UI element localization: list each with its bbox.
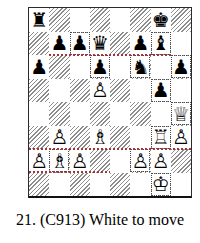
- square-b3: ♙: [49, 126, 69, 150]
- black-pawn: ♟: [91, 56, 109, 77]
- square-d8: [90, 8, 110, 32]
- square-a4: [29, 102, 49, 126]
- white-pawn: ♙: [30, 150, 48, 171]
- square-f5: [130, 79, 150, 103]
- black-pawn: ♟: [131, 33, 149, 54]
- square-d7: ♛: [90, 32, 110, 56]
- square-a2: ♙: [29, 149, 49, 173]
- square-g2: ♙: [151, 149, 171, 173]
- square-c8: [70, 8, 90, 32]
- square-b4: [49, 102, 69, 126]
- black-pawn: ♟: [172, 56, 190, 77]
- white-pawn: ♙: [71, 150, 89, 171]
- square-e3: [110, 126, 130, 150]
- square-c1: [70, 173, 90, 197]
- square-f2: ♙: [130, 149, 150, 173]
- square-c7: ♟: [70, 32, 90, 56]
- square-h8: [171, 8, 191, 32]
- square-e6: [110, 55, 130, 79]
- square-h2: [171, 149, 191, 173]
- white-pawn: ♙: [91, 80, 109, 101]
- square-f4: [130, 102, 150, 126]
- black-rook: ♜: [30, 9, 48, 30]
- square-f8: [130, 8, 150, 32]
- square-b8: [49, 8, 69, 32]
- square-a8: ♜: [29, 8, 49, 32]
- black-pawn: ♟: [30, 56, 48, 77]
- square-g1: ♔: [151, 173, 171, 197]
- chess-board-frame: ♜♚♟♟♛♟♝♟♟♞♟♙♟♕♙♗♖♙♙♗♙♙♙♔: [28, 7, 192, 198]
- square-g5: ♟: [151, 79, 171, 103]
- square-e7: [110, 32, 130, 56]
- square-d5: ♙: [90, 79, 110, 103]
- square-b2: ♗: [49, 149, 69, 173]
- square-f1: [130, 173, 150, 197]
- square-g6: [151, 55, 171, 79]
- square-f3: [130, 126, 150, 150]
- white-pawn: ♙: [50, 127, 68, 148]
- square-h5: [171, 79, 191, 103]
- square-c3: [70, 126, 90, 150]
- square-g4: [151, 102, 171, 126]
- square-a1: [29, 173, 49, 197]
- square-c4: [70, 102, 90, 126]
- square-a3: [29, 126, 49, 150]
- square-b7: ♟: [49, 32, 69, 56]
- square-h6: ♟: [171, 55, 191, 79]
- square-a6: ♟: [29, 55, 49, 79]
- black-bishop: ♝: [152, 33, 170, 54]
- square-c5: [70, 79, 90, 103]
- square-g7: ♝: [151, 32, 171, 56]
- square-h4: ♕: [171, 102, 191, 126]
- black-queen: ♛: [91, 33, 109, 54]
- square-a5: [29, 79, 49, 103]
- square-e4: [110, 102, 130, 126]
- square-d6: ♟: [90, 55, 110, 79]
- black-pawn: ♟: [152, 80, 170, 101]
- white-rook: ♖: [152, 127, 170, 148]
- square-c6: [70, 55, 90, 79]
- black-king: ♚: [152, 9, 170, 30]
- square-b5: [49, 79, 69, 103]
- square-h7: [171, 32, 191, 56]
- chess-diagram-page: ♜♚♟♟♛♟♝♟♟♞♟♙♟♕♙♗♖♙♙♗♙♙♙♔ 21. (C913) Whit…: [0, 0, 200, 243]
- black-knight: ♞: [131, 56, 149, 77]
- square-h3: ♙: [171, 126, 191, 150]
- white-bishop: ♗: [91, 127, 109, 148]
- black-pawn: ♟: [50, 33, 68, 54]
- square-h1: [171, 173, 191, 197]
- square-a7: [29, 32, 49, 56]
- square-b1: [49, 173, 69, 197]
- square-b6: [49, 55, 69, 79]
- square-f6: ♞: [130, 55, 150, 79]
- white-pawn: ♙: [152, 150, 170, 171]
- white-queen: ♕: [172, 103, 190, 124]
- square-g8: ♚: [151, 8, 171, 32]
- diagram-caption: 21. (C913) White to move: [0, 211, 200, 229]
- square-d3: ♗: [90, 126, 110, 150]
- square-e1: [110, 173, 130, 197]
- square-d1: [90, 173, 110, 197]
- square-d2: [90, 149, 110, 173]
- square-e2: [110, 149, 130, 173]
- chess-board: ♜♚♟♟♛♟♝♟♟♞♟♙♟♕♙♗♖♙♙♗♙♙♙♔: [29, 8, 191, 196]
- square-g3: ♖: [151, 126, 171, 150]
- black-pawn: ♟: [71, 33, 89, 54]
- square-c2: ♙: [70, 149, 90, 173]
- white-king: ♔: [152, 174, 170, 195]
- square-e8: [110, 8, 130, 32]
- square-f7: ♟: [130, 32, 150, 56]
- square-d4: [90, 102, 110, 126]
- white-pawn: ♙: [172, 127, 190, 148]
- white-pawn: ♙: [131, 150, 149, 171]
- white-bishop: ♗: [50, 150, 68, 171]
- square-e5: [110, 79, 130, 103]
